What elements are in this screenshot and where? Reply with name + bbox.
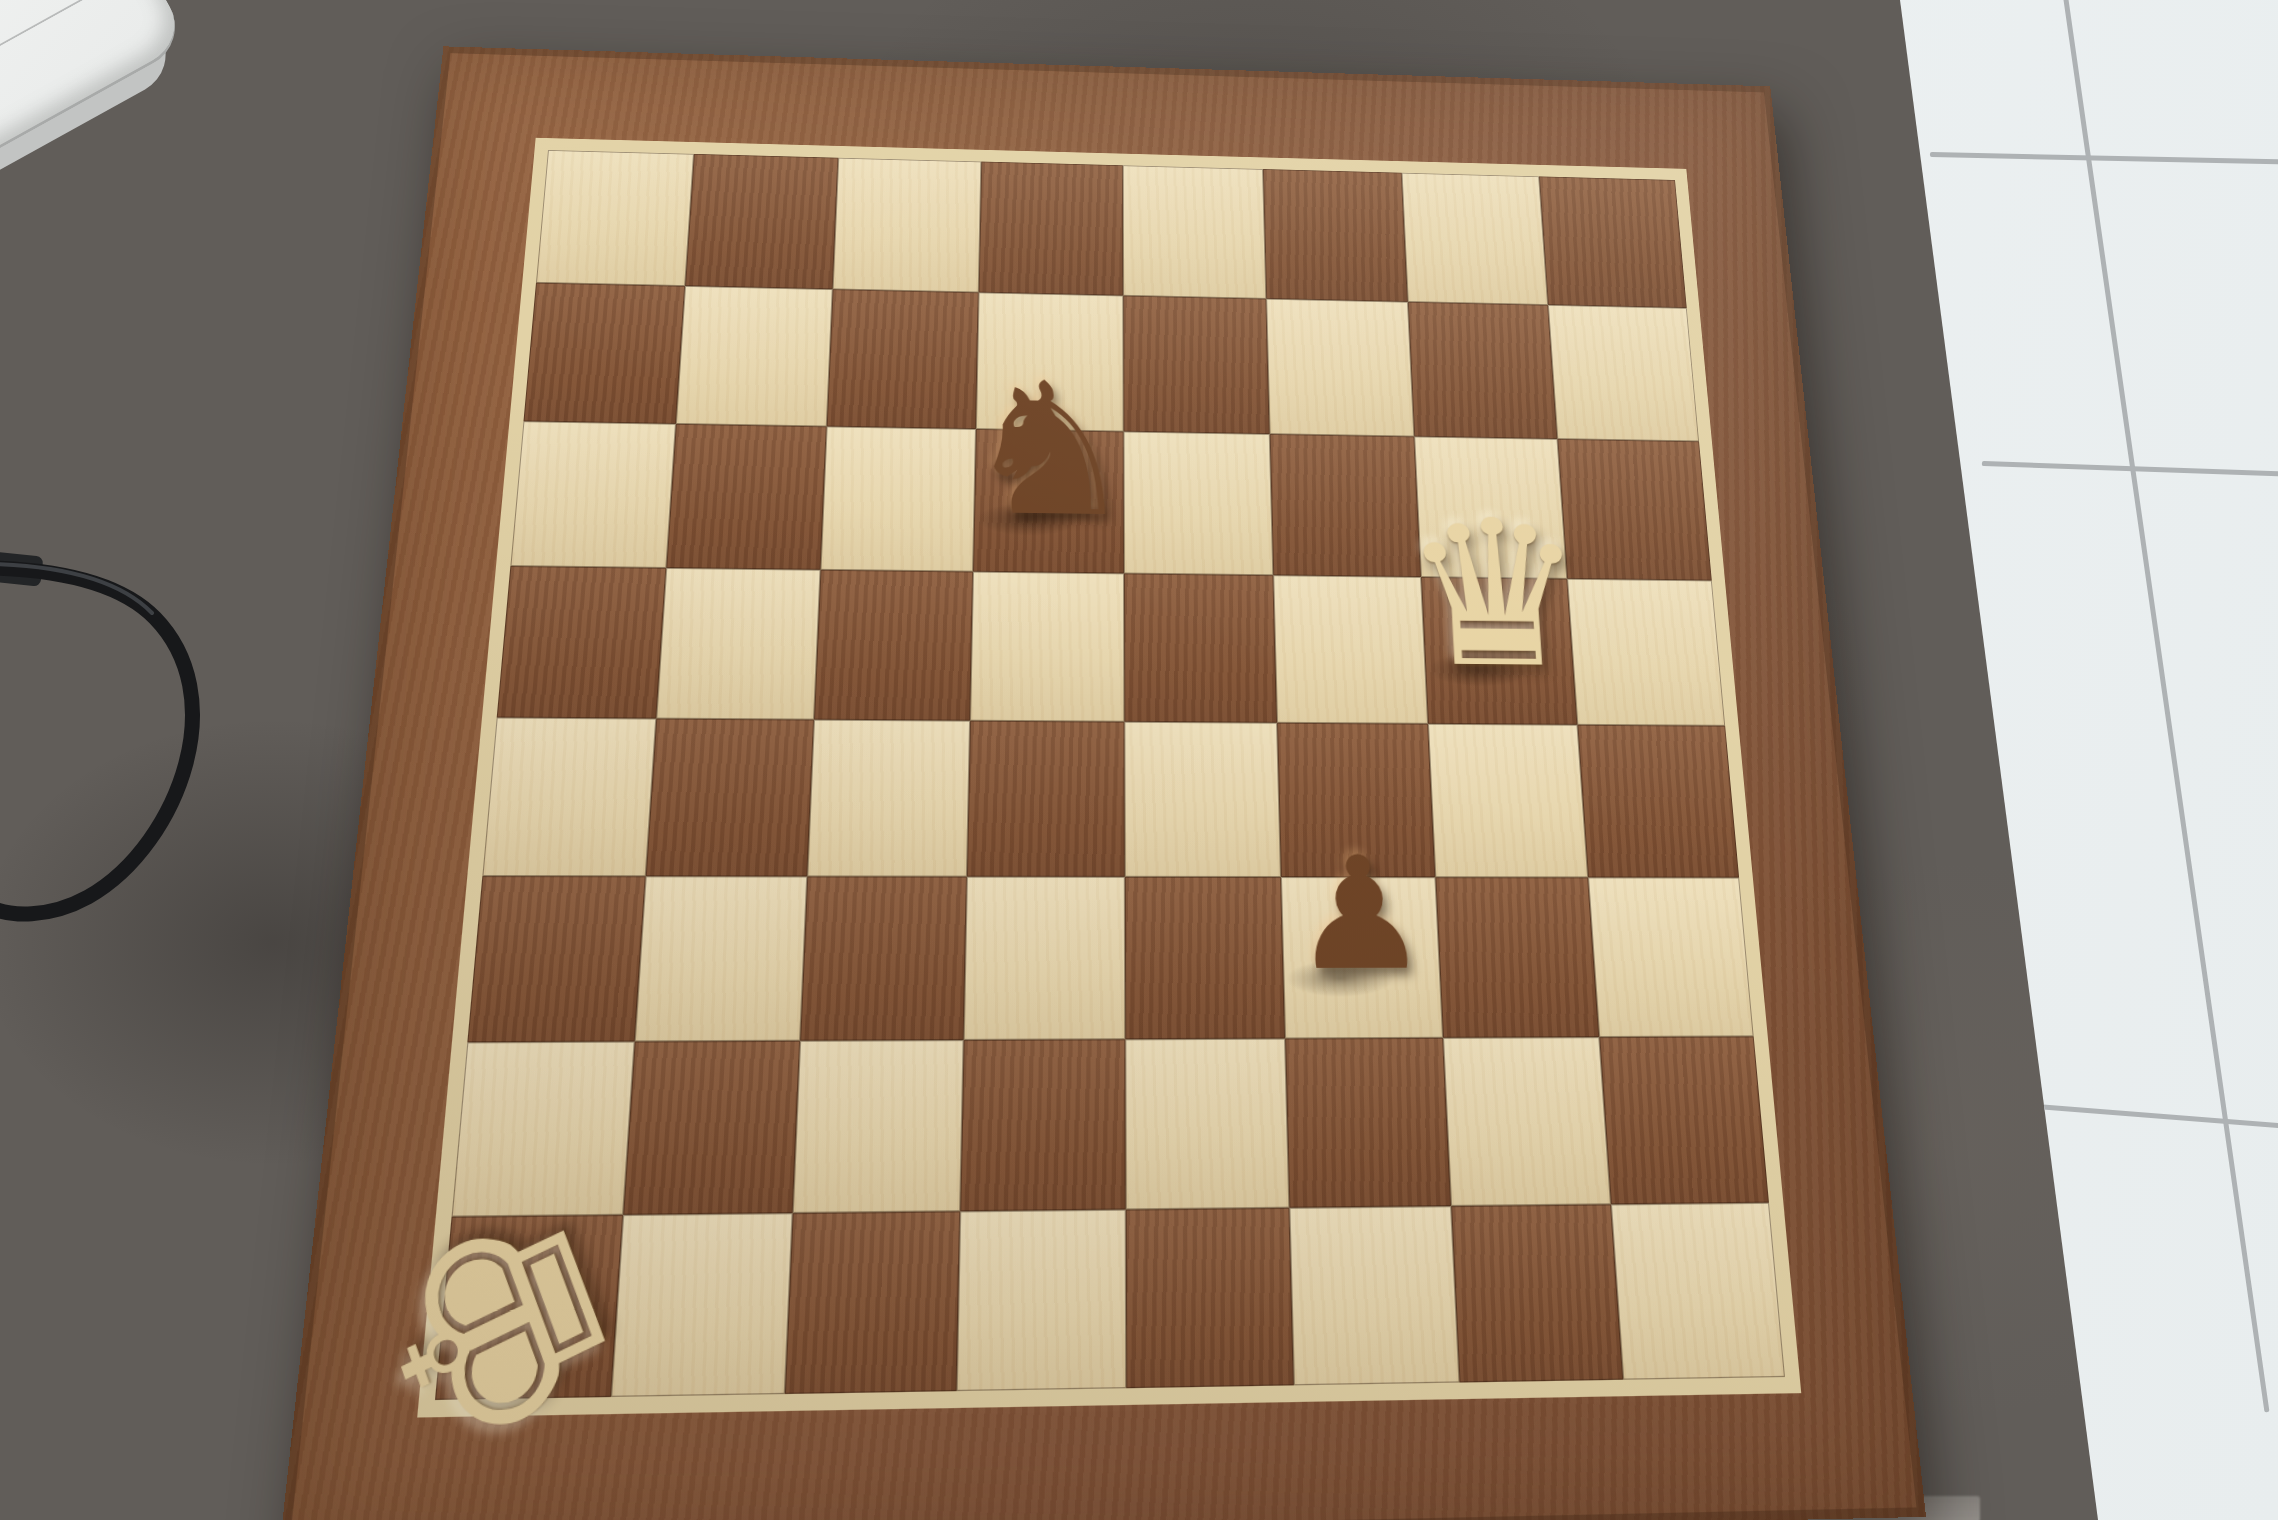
pieces-layer: ♞♛♟♚ bbox=[435, 150, 1785, 1400]
board-plane: ♞♛♟♚ bbox=[435, 150, 1785, 1400]
black-pawn-f3[interactable]: ♟ bbox=[1289, 836, 1431, 992]
black-knight-d6[interactable]: ♞ bbox=[961, 357, 1137, 543]
chess-board: ♞♛♟♚ bbox=[0, 0, 2278, 1520]
white-queen-g5[interactable]: ♛ bbox=[1398, 492, 1595, 696]
scene: ♞♛♟♚ bbox=[0, 0, 2278, 1520]
